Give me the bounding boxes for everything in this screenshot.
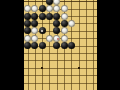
black-stone [53, 20, 60, 27]
letterbox-left [0, 0, 24, 90]
white-stone [46, 5, 53, 12]
black-stone [24, 42, 31, 49]
white-stone [61, 35, 68, 42]
black-stone [53, 42, 60, 49]
grid-line-horizontal [24, 75, 98, 76]
marked-stone-marker [57, 38, 59, 40]
screenshot-frame [0, 0, 120, 90]
black-stone [53, 27, 60, 34]
black-stone [53, 13, 60, 20]
black-stone [31, 20, 38, 27]
star-point [41, 67, 43, 69]
white-stone [53, 35, 60, 42]
black-stone [68, 42, 75, 49]
white-stone [31, 35, 38, 42]
black-stone [39, 5, 46, 12]
white-stone [68, 20, 75, 27]
black-stone [24, 20, 31, 27]
white-stone [24, 35, 31, 42]
white-stone [53, 5, 60, 12]
black-stone [31, 13, 38, 20]
black-stone [61, 20, 68, 27]
black-stone [39, 42, 46, 49]
white-stone [31, 5, 38, 12]
grid-line-horizontal [24, 1, 98, 2]
last-move-marker [41, 30, 43, 32]
white-stone [31, 27, 38, 34]
white-stone [61, 5, 68, 12]
white-stone [24, 5, 31, 12]
black-stone [24, 27, 31, 34]
black-stone [31, 42, 38, 49]
black-stone [61, 42, 68, 49]
grid-line-horizontal [24, 68, 98, 69]
black-stone [39, 13, 46, 20]
black-stone [46, 13, 53, 20]
white-stone [46, 35, 53, 42]
grid-line-horizontal [24, 83, 98, 84]
black-stone [46, 0, 53, 5]
go-board[interactable] [24, 0, 98, 90]
white-stone [61, 27, 68, 34]
black-stone [24, 13, 31, 20]
letterbox-right [97, 0, 120, 90]
grid-line-horizontal [24, 53, 98, 54]
black-stone [39, 27, 46, 34]
white-stone [61, 13, 68, 20]
grid-line-horizontal [24, 60, 98, 61]
star-point [78, 67, 80, 69]
white-stone [53, 0, 60, 5]
